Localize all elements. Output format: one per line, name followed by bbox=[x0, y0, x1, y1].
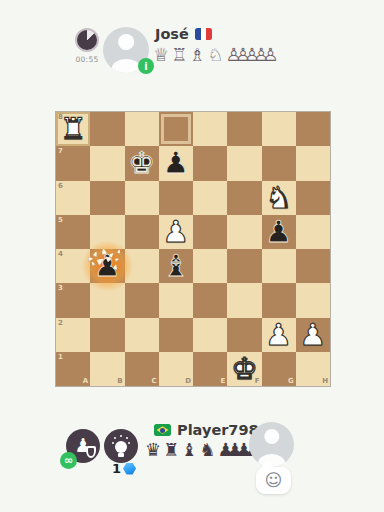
black-pawn[interactable]: ♟ bbox=[94, 251, 121, 281]
brazil-flag-icon bbox=[154, 424, 171, 436]
file-label: G bbox=[288, 377, 294, 385]
square-c7[interactable]: ♚ bbox=[125, 146, 159, 180]
captured-knight: ♞ bbox=[199, 441, 215, 459]
captured-rook: ♖ bbox=[171, 46, 187, 64]
square-h2[interactable]: ♟ bbox=[296, 318, 330, 352]
square-g2[interactable]: ♟ bbox=[262, 318, 296, 352]
square-f8[interactable] bbox=[227, 112, 261, 146]
square-e2[interactable] bbox=[193, 318, 227, 352]
square-f2[interactable] bbox=[227, 318, 261, 352]
opponent-captured-pieces: ♕♖♗♘♙♙♙♙♙ bbox=[153, 46, 278, 64]
square-c6[interactable] bbox=[125, 181, 159, 215]
square-h1[interactable]: H bbox=[296, 352, 330, 386]
white-rook[interactable]: ♜ bbox=[60, 114, 87, 144]
square-d8[interactable] bbox=[159, 112, 193, 146]
square-g5[interactable]: ♟ bbox=[262, 215, 296, 249]
square-b1[interactable]: B bbox=[90, 352, 124, 386]
square-b6[interactable] bbox=[90, 181, 124, 215]
captured-bishop: ♗ bbox=[189, 46, 205, 64]
file-label: A bbox=[83, 377, 88, 385]
square-h8[interactable] bbox=[296, 112, 330, 146]
white-knight[interactable]: ♞ bbox=[265, 183, 292, 213]
file-label: F bbox=[255, 377, 260, 385]
square-g7[interactable] bbox=[262, 146, 296, 180]
smiley-icon: ☺ bbox=[265, 472, 283, 489]
captured-knight: ♘ bbox=[207, 46, 223, 64]
square-a7[interactable]: 7 bbox=[56, 146, 90, 180]
square-e8[interactable] bbox=[193, 112, 227, 146]
square-e4[interactable] bbox=[193, 249, 227, 283]
lightbulb-icon bbox=[115, 441, 127, 453]
black-pawn[interactable]: ♟ bbox=[162, 148, 189, 178]
white-pawn[interactable]: ♟ bbox=[299, 320, 326, 350]
white-pawn[interactable]: ♟ bbox=[162, 217, 189, 247]
black-king[interactable]: ♚ bbox=[128, 148, 155, 178]
player-avatar[interactable] bbox=[249, 422, 294, 467]
file-label: C bbox=[152, 377, 157, 385]
square-c1[interactable]: C bbox=[125, 352, 159, 386]
square-d1[interactable]: D bbox=[159, 352, 193, 386]
file-label: B bbox=[117, 377, 122, 385]
square-a5[interactable]: 5 bbox=[56, 215, 90, 249]
square-d7[interactable]: ♟ bbox=[159, 146, 193, 180]
square-a2[interactable]: 2 bbox=[56, 318, 90, 352]
hint-count-row: 1 bbox=[112, 461, 136, 476]
captured-queen: ♛ bbox=[145, 441, 161, 459]
player-name-row: Player798 bbox=[154, 422, 259, 438]
avatar-head-icon bbox=[264, 429, 279, 444]
square-g1[interactable]: G bbox=[262, 352, 296, 386]
gem-icon bbox=[123, 463, 136, 475]
square-f3[interactable] bbox=[227, 283, 261, 317]
opponent-name-row: José bbox=[155, 26, 212, 42]
opponent-name: José bbox=[155, 26, 189, 42]
rank-label: 1 bbox=[58, 353, 63, 361]
file-label: E bbox=[220, 377, 225, 385]
rank-label: 5 bbox=[58, 216, 63, 224]
file-label: D bbox=[185, 377, 191, 385]
square-a1[interactable]: 1A bbox=[56, 352, 90, 386]
hint-count: 1 bbox=[112, 461, 121, 476]
square-e1[interactable]: E bbox=[193, 352, 227, 386]
square-c8[interactable] bbox=[125, 112, 159, 146]
square-a8[interactable]: 8♜ bbox=[56, 112, 90, 146]
square-b7[interactable] bbox=[90, 146, 124, 180]
square-f1[interactable]: F♚ bbox=[227, 352, 261, 386]
square-a3[interactable]: 3 bbox=[56, 283, 90, 317]
captured-pawn: ♙ bbox=[262, 46, 278, 64]
square-d4[interactable]: ♝ bbox=[159, 249, 193, 283]
square-b8[interactable] bbox=[90, 112, 124, 146]
opponent-info-badge[interactable]: i bbox=[138, 58, 154, 74]
square-d5[interactable]: ♟ bbox=[159, 215, 193, 249]
white-pawn[interactable]: ♟ bbox=[265, 320, 292, 350]
rank-label: 6 bbox=[58, 182, 63, 190]
captured-bishop: ♝ bbox=[181, 441, 197, 459]
square-b2[interactable] bbox=[90, 318, 124, 352]
captured-queen: ♕ bbox=[153, 46, 169, 64]
square-d3[interactable] bbox=[159, 283, 193, 317]
rank-label: 4 bbox=[58, 250, 63, 258]
square-f7[interactable] bbox=[227, 146, 261, 180]
square-e3[interactable] bbox=[193, 283, 227, 317]
avatar-body-icon bbox=[112, 59, 141, 73]
square-d6[interactable] bbox=[159, 181, 193, 215]
square-e5[interactable] bbox=[193, 215, 227, 249]
square-g6[interactable]: ♞ bbox=[262, 181, 296, 215]
shield-icon bbox=[86, 446, 96, 458]
square-a6[interactable]: 6 bbox=[56, 181, 90, 215]
square-g3[interactable] bbox=[262, 283, 296, 317]
square-h3[interactable] bbox=[296, 283, 330, 317]
square-h4[interactable] bbox=[296, 249, 330, 283]
hint-button[interactable] bbox=[104, 429, 138, 463]
avatar-head-icon bbox=[118, 34, 134, 50]
square-f5[interactable] bbox=[227, 215, 261, 249]
square-e7[interactable] bbox=[193, 146, 227, 180]
square-d2[interactable] bbox=[159, 318, 193, 352]
square-f6[interactable] bbox=[227, 181, 261, 215]
opponent-clock-icon bbox=[75, 28, 99, 52]
square-h5[interactable] bbox=[296, 215, 330, 249]
player-name: Player798 bbox=[177, 422, 259, 438]
rank-label: 2 bbox=[58, 319, 63, 327]
square-h7[interactable] bbox=[296, 146, 330, 180]
square-h6[interactable] bbox=[296, 181, 330, 215]
square-e6[interactable] bbox=[193, 181, 227, 215]
emote-bubble[interactable]: ☺ bbox=[256, 467, 291, 494]
square-c2[interactable] bbox=[125, 318, 159, 352]
file-label: H bbox=[322, 377, 328, 385]
square-g8[interactable] bbox=[262, 112, 296, 146]
chess-board: 8♜7♚♟6♞5♟♟4♟♝32♟♟1ABCDEF♚GH bbox=[55, 111, 331, 387]
black-bishop[interactable]: ♝ bbox=[162, 251, 189, 281]
france-flag-icon bbox=[195, 28, 212, 40]
captured-rook: ♜ bbox=[163, 441, 179, 459]
rank-label: 7 bbox=[58, 147, 63, 155]
square-f4[interactable] bbox=[227, 249, 261, 283]
square-c3[interactable] bbox=[125, 283, 159, 317]
black-pawn[interactable]: ♟ bbox=[265, 217, 292, 247]
square-c5[interactable] bbox=[125, 215, 159, 249]
square-g4[interactable] bbox=[262, 249, 296, 283]
rank-label: 8 bbox=[58, 113, 63, 121]
square-b4[interactable]: ♟ bbox=[90, 249, 124, 283]
infinity-badge: ∞ bbox=[60, 452, 77, 469]
rank-label: 3 bbox=[58, 284, 63, 292]
